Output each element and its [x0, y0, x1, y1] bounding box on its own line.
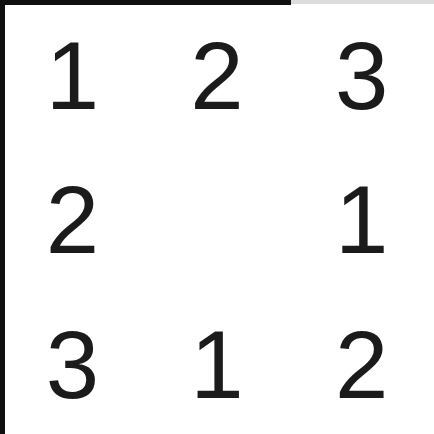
cell-r1c1[interactable]: 1 [0, 0, 145, 145]
cell-r3c2[interactable]: 1 [145, 289, 290, 434]
cell-r2c1[interactable]: 2 [0, 145, 145, 290]
cell-r3c1[interactable]: 3 [0, 289, 145, 434]
puzzle-board: 1 2 3 2 1 3 1 2 [0, 0, 434, 434]
cell-r1c2[interactable]: 2 [145, 0, 290, 145]
cell-r3c3[interactable]: 2 [289, 289, 434, 434]
cell-r2c3[interactable]: 1 [289, 145, 434, 290]
cell-r2c2-empty[interactable] [145, 145, 290, 290]
cell-r1c3[interactable]: 3 [289, 0, 434, 145]
cell-grid: 1 2 3 2 1 3 1 2 [0, 0, 434, 434]
